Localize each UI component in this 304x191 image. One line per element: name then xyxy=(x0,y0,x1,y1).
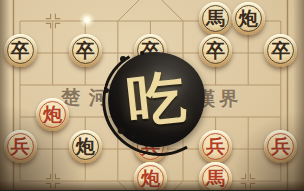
cannon-point-marker xyxy=(45,173,61,189)
piece-red[interactable]: 兵 xyxy=(264,130,297,163)
cannon-point-marker xyxy=(45,13,61,29)
ink-dot xyxy=(140,51,144,55)
piece-character: 炮 xyxy=(232,2,265,35)
ink-dot xyxy=(118,127,125,134)
piece-black[interactable]: 卒 xyxy=(264,34,297,67)
cannon-point-marker xyxy=(240,173,256,189)
piece-red[interactable]: 炮 xyxy=(134,162,167,191)
piece-character: 兵 xyxy=(264,130,297,163)
capture-effect: 吃 xyxy=(105,49,208,151)
piece-character: 炮 xyxy=(69,130,102,163)
piece-character: 炮 xyxy=(134,162,167,191)
piece-character: 卒 xyxy=(4,34,37,67)
piece-red[interactable]: 炮 xyxy=(36,98,69,131)
piece-black[interactable]: 馬 xyxy=(199,2,232,35)
piece-black[interactable]: 炮 xyxy=(69,130,102,163)
piece-red[interactable]: 馬 xyxy=(199,162,232,191)
sparkle-icon xyxy=(79,12,95,28)
piece-black[interactable]: 卒 xyxy=(199,34,232,67)
ink-dot xyxy=(104,88,109,93)
piece-character: 炮 xyxy=(36,98,69,131)
xiangqi-board[interactable]: 楚河 漢界 馬炮卒卒卒卒卒炮兵炮兵兵兵炮馬 吃 xyxy=(0,0,304,190)
piece-black[interactable]: 炮 xyxy=(232,2,265,35)
piece-character: 卒 xyxy=(69,34,102,67)
piece-red[interactable]: 兵 xyxy=(4,130,37,163)
ink-dot xyxy=(131,135,135,139)
piece-character: 卒 xyxy=(199,34,232,67)
capture-effect-glyph: 吃 xyxy=(103,47,209,152)
piece-character: 馬 xyxy=(199,2,232,35)
piece-character: 兵 xyxy=(4,130,37,163)
piece-character: 馬 xyxy=(199,162,232,191)
ink-dot xyxy=(120,56,126,62)
piece-black[interactable]: 卒 xyxy=(69,34,102,67)
piece-black[interactable]: 卒 xyxy=(4,34,37,67)
piece-character: 卒 xyxy=(264,34,297,67)
